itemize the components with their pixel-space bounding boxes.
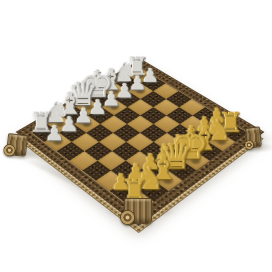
- square-e4: [127, 116, 154, 133]
- piece-wP-a2: ♟: [32, 123, 77, 144]
- chess-set-photo: ♜♟♟♜♞♟♟♞♝♟♟♝♚♟♟♚♛♟♟♛♝♟♟♝♞♟♟♞♜♟♟♜: [0, 0, 272, 272]
- board-field: ♜♟♟♜♞♟♟♞♝♟♟♝♚♟♟♚♛♟♟♛♝♟♟♝♞♟♟♞♜♟♟♜: [31, 68, 248, 213]
- chess-piece-glyph: ♟: [45, 123, 64, 144]
- square-a2: ♟: [44, 133, 71, 151]
- board-foot-right: [245, 126, 262, 148]
- board-foot-left: [6, 133, 28, 157]
- square-a4: [69, 151, 97, 170]
- board-foot-bottom: [124, 198, 152, 224]
